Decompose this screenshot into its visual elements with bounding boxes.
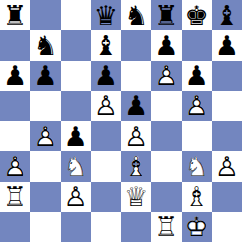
piece-white-king[interactable]: ♚♔ [182,212,212,242]
white-piece-outline-layer: ♙ [182,91,212,121]
black-piece-glyph-layer: ♟ [91,61,121,91]
white-piece-outline-layer: ♙ [121,121,151,151]
white-piece-outline-layer: ♙ [212,151,242,181]
square-c5[interactable] [61,91,91,121]
square-b3[interactable] [30,151,60,181]
white-piece-outline-layer: ♙ [151,61,181,91]
square-h7[interactable]: ♟ [212,30,242,60]
piece-white-queen[interactable]: ♛♕ [121,182,151,212]
square-c4[interactable]: ♟ [61,121,91,151]
black-piece-glyph-layer: ♟ [212,30,242,60]
square-d5[interactable]: ♟♙ [91,91,121,121]
piece-black-pawn[interactable]: ♟ [212,30,242,60]
piece-white-bishop[interactable]: ♝♗ [121,151,151,181]
square-c8[interactable] [61,0,91,30]
piece-black-pawn[interactable]: ♟ [91,61,121,91]
square-b6[interactable]: ♟ [30,61,60,91]
piece-black-queen[interactable]: ♛ [91,0,121,30]
piece-white-pawn[interactable]: ♟♙ [182,91,212,121]
square-e4[interactable]: ♟♙ [121,121,151,151]
square-f1[interactable]: ♜♖ [151,212,181,242]
piece-black-bishop[interactable]: ♝ [212,0,242,30]
square-g3[interactable]: ♞♘ [182,151,212,181]
piece-white-bishop[interactable]: ♝♗ [182,182,212,212]
square-h1[interactable] [212,212,242,242]
white-piece-outline-layer: ♘ [182,151,212,181]
piece-white-pawn[interactable]: ♟♙ [0,151,30,181]
black-piece-glyph-layer: ♛ [91,0,121,30]
square-f3[interactable] [151,151,181,181]
black-piece-glyph-layer: ♚ [182,0,212,30]
piece-white-pawn[interactable]: ♟♙ [91,91,121,121]
square-c3[interactable]: ♞♘ [61,151,91,181]
square-a8[interactable]: ♜ [0,0,30,30]
piece-black-pawn[interactable]: ♟ [30,61,60,91]
square-d1[interactable] [91,212,121,242]
piece-white-rook[interactable]: ♜♖ [0,182,30,212]
square-c7[interactable] [61,30,91,60]
black-piece-glyph-layer: ♞ [30,30,60,60]
square-a3[interactable]: ♟♙ [0,151,30,181]
piece-white-pawn[interactable]: ♟♙ [121,121,151,151]
white-piece-outline-layer: ♘ [61,151,91,181]
square-b4[interactable]: ♟♙ [30,121,60,151]
chess-board: ♜♛♞♜♚♝♞♝♟♟♟♟♟♟♙♟♟♙♟♟♙♟♙♟♟♙♟♙♞♘♝♗♞♘♟♙♜♖♟♙… [0,0,242,242]
piece-black-bishop[interactable]: ♝ [91,30,121,60]
square-e5[interactable]: ♟ [121,91,151,121]
square-d7[interactable]: ♝ [91,30,121,60]
square-g5[interactable]: ♟♙ [182,91,212,121]
square-b7[interactable]: ♞ [30,30,60,60]
black-piece-glyph-layer: ♜ [151,0,181,30]
square-b5[interactable] [30,91,60,121]
piece-white-pawn[interactable]: ♟♙ [151,61,181,91]
square-e1[interactable] [121,212,151,242]
square-d2[interactable] [91,182,121,212]
black-piece-glyph-layer: ♟ [121,91,151,121]
white-piece-outline-layer: ♙ [30,121,60,151]
black-piece-glyph-layer: ♜ [0,0,30,30]
square-g7[interactable] [182,30,212,60]
piece-white-pawn[interactable]: ♟♙ [212,151,242,181]
square-a6[interactable]: ♟ [0,61,30,91]
piece-white-knight[interactable]: ♞♘ [61,151,91,181]
piece-black-king[interactable]: ♚ [182,0,212,30]
square-e8[interactable]: ♞ [121,0,151,30]
square-h5[interactable] [212,91,242,121]
piece-white-pawn[interactable]: ♟♙ [61,182,91,212]
square-h3[interactable]: ♟♙ [212,151,242,181]
piece-black-knight[interactable]: ♞ [30,30,60,60]
square-f8[interactable]: ♜ [151,0,181,30]
white-piece-outline-layer: ♙ [91,91,121,121]
black-piece-glyph-layer: ♞ [121,0,151,30]
piece-black-pawn[interactable]: ♟ [182,61,212,91]
white-piece-outline-layer: ♗ [182,182,212,212]
piece-black-rook[interactable]: ♜ [151,0,181,30]
white-piece-outline-layer: ♕ [121,182,151,212]
black-piece-glyph-layer: ♟ [30,61,60,91]
white-piece-outline-layer: ♔ [182,212,212,242]
white-piece-outline-layer: ♙ [0,151,30,181]
square-d6[interactable]: ♟ [91,61,121,91]
white-piece-outline-layer: ♙ [61,182,91,212]
square-f2[interactable] [151,182,181,212]
square-f6[interactable]: ♟♙ [151,61,181,91]
square-c1[interactable] [61,212,91,242]
piece-black-rook[interactable]: ♜ [0,0,30,30]
square-g1[interactable]: ♚♔ [182,212,212,242]
piece-white-rook[interactable]: ♜♖ [151,212,181,242]
square-a4[interactable] [0,121,30,151]
square-a1[interactable] [0,212,30,242]
square-f4[interactable] [151,121,181,151]
square-e7[interactable] [121,30,151,60]
white-piece-outline-layer: ♖ [151,212,181,242]
square-f5[interactable] [151,91,181,121]
square-h6[interactable] [212,61,242,91]
square-g8[interactable]: ♚ [182,0,212,30]
square-c2[interactable]: ♟♙ [61,182,91,212]
piece-white-knight[interactable]: ♞♘ [182,151,212,181]
piece-black-pawn[interactable]: ♟ [151,30,181,60]
square-b2[interactable] [30,182,60,212]
square-h2[interactable] [212,182,242,212]
piece-black-pawn[interactable]: ♟ [121,91,151,121]
square-g2[interactable]: ♝♗ [182,182,212,212]
square-e3[interactable]: ♝♗ [121,151,151,181]
square-e6[interactable] [121,61,151,91]
white-piece-outline-layer: ♗ [121,151,151,181]
square-f7[interactable]: ♟ [151,30,181,60]
black-piece-glyph-layer: ♟ [0,61,30,91]
square-a7[interactable] [0,30,30,60]
piece-black-knight[interactable]: ♞ [121,0,151,30]
black-piece-glyph-layer: ♟ [182,61,212,91]
black-piece-glyph-layer: ♟ [61,121,91,151]
black-piece-glyph-layer: ♝ [212,0,242,30]
square-g6[interactable]: ♟ [182,61,212,91]
white-piece-outline-layer: ♖ [0,182,30,212]
square-d3[interactable] [91,151,121,181]
square-d4[interactable] [91,121,121,151]
piece-white-pawn[interactable]: ♟♙ [30,121,60,151]
square-d8[interactable]: ♛ [91,0,121,30]
square-b8[interactable] [30,0,60,30]
square-g4[interactable] [182,121,212,151]
black-piece-glyph-layer: ♝ [91,30,121,60]
square-h4[interactable] [212,121,242,151]
square-b1[interactable] [30,212,60,242]
square-a5[interactable] [0,91,30,121]
piece-black-pawn[interactable]: ♟ [61,121,91,151]
black-piece-glyph-layer: ♟ [151,30,181,60]
piece-black-pawn[interactable]: ♟ [0,61,30,91]
square-e2[interactable]: ♛♕ [121,182,151,212]
square-c6[interactable] [61,61,91,91]
square-a2[interactable]: ♜♖ [0,182,30,212]
square-h8[interactable]: ♝ [212,0,242,30]
